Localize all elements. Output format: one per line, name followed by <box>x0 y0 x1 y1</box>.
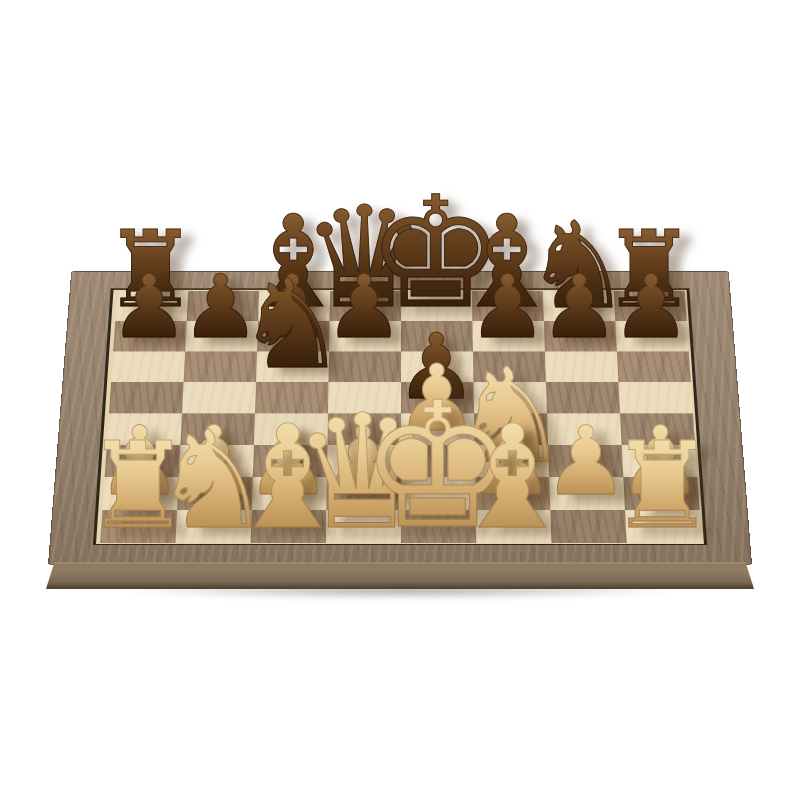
square-f4[interactable] <box>474 413 548 445</box>
square-d3[interactable] <box>327 445 401 477</box>
square-h4[interactable] <box>620 413 695 445</box>
square-a7[interactable] <box>113 321 186 351</box>
board-walnut-frame <box>48 271 752 564</box>
square-f8[interactable] <box>472 291 544 321</box>
square-e2[interactable] <box>401 477 476 510</box>
square-f2[interactable] <box>475 477 550 510</box>
square-b8[interactable] <box>187 291 259 321</box>
square-h1[interactable] <box>625 510 702 543</box>
square-e3[interactable] <box>401 445 475 477</box>
square-f7[interactable] <box>472 321 544 351</box>
square-d5[interactable] <box>328 382 401 413</box>
square-g6[interactable] <box>545 351 619 382</box>
square-d1[interactable] <box>326 510 401 543</box>
square-e4[interactable] <box>401 413 475 445</box>
square-c7[interactable] <box>257 321 329 351</box>
square-f1[interactable] <box>476 510 552 543</box>
square-d8[interactable] <box>330 291 401 321</box>
square-f5[interactable] <box>473 382 547 413</box>
square-h6[interactable] <box>617 351 691 382</box>
square-g8[interactable] <box>543 291 615 321</box>
chess-board-3d <box>48 271 752 564</box>
square-g1[interactable] <box>550 510 626 543</box>
square-h8[interactable] <box>614 291 687 321</box>
square-b2[interactable] <box>177 477 253 510</box>
square-b3[interactable] <box>179 445 254 477</box>
board-front-edge <box>46 562 754 589</box>
square-c4[interactable] <box>254 413 328 445</box>
square-e5[interactable] <box>401 382 474 413</box>
chess-board-grid[interactable] <box>100 291 702 543</box>
square-h2[interactable] <box>623 477 699 510</box>
square-b5[interactable] <box>182 382 256 413</box>
square-c3[interactable] <box>253 445 328 477</box>
square-a4[interactable] <box>107 413 182 445</box>
square-h3[interactable] <box>622 445 698 477</box>
square-a1[interactable] <box>100 510 177 543</box>
square-d7[interactable] <box>329 321 401 351</box>
square-a8[interactable] <box>115 291 188 321</box>
square-c1[interactable] <box>251 510 327 543</box>
square-b7[interactable] <box>185 321 258 351</box>
square-g7[interactable] <box>544 321 617 351</box>
square-b1[interactable] <box>175 510 251 543</box>
square-g5[interactable] <box>546 382 620 413</box>
square-e1[interactable] <box>401 510 476 543</box>
board-floor-shadow <box>38 587 762 602</box>
square-d6[interactable] <box>329 351 401 382</box>
square-c6[interactable] <box>256 351 329 382</box>
square-d4[interactable] <box>327 413 401 445</box>
square-e6[interactable] <box>401 351 473 382</box>
square-h5[interactable] <box>618 382 693 413</box>
square-g2[interactable] <box>549 477 625 510</box>
square-f3[interactable] <box>475 445 550 477</box>
square-b4[interactable] <box>180 413 255 445</box>
square-g3[interactable] <box>548 445 623 477</box>
square-f6[interactable] <box>473 351 546 382</box>
square-d2[interactable] <box>326 477 401 510</box>
square-g4[interactable] <box>547 413 622 445</box>
square-a3[interactable] <box>105 445 181 477</box>
square-a5[interactable] <box>109 382 184 413</box>
square-c5[interactable] <box>255 382 329 413</box>
square-c2[interactable] <box>252 477 327 510</box>
square-a6[interactable] <box>111 351 185 382</box>
square-a2[interactable] <box>102 477 178 510</box>
square-e7[interactable] <box>401 321 473 351</box>
square-e8[interactable] <box>401 291 472 321</box>
square-c8[interactable] <box>258 291 330 321</box>
square-b6[interactable] <box>184 351 258 382</box>
board-border-line <box>93 288 707 545</box>
square-h7[interactable] <box>615 321 689 351</box>
chess-board-photo: ♜♝♛♚♝♞♜♟♟♟♟♟♟♟♞♟♟♞♟♟♟♟♟♟♟♜♞♝♛♚♝♜ <box>0 0 800 800</box>
